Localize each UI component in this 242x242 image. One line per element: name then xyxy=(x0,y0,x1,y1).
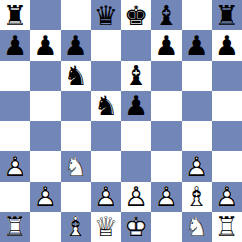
square-d7[interactable] xyxy=(91,30,121,60)
square-h1[interactable]: ♜♖ xyxy=(212,212,242,242)
white-pawn-outline: ♙ xyxy=(151,182,181,212)
black-bishop-glyph: ♝ xyxy=(151,0,181,30)
piece-black-bishop[interactable]: ♝ xyxy=(151,0,181,30)
square-a4[interactable] xyxy=(0,121,30,151)
square-b7[interactable]: ♟ xyxy=(30,30,60,60)
square-f4[interactable] xyxy=(151,121,181,151)
square-b3[interactable] xyxy=(30,151,60,181)
piece-black-pawn[interactable]: ♟ xyxy=(121,91,151,121)
square-g1[interactable]: ♞♘ xyxy=(182,212,212,242)
piece-white-knight[interactable]: ♞♘ xyxy=(61,151,91,181)
square-b2[interactable]: ♟♙ xyxy=(30,182,60,212)
square-h4[interactable] xyxy=(212,121,242,151)
white-rook-outline: ♖ xyxy=(0,212,30,242)
square-a3[interactable]: ♟♙ xyxy=(0,151,30,181)
piece-white-queen[interactable]: ♛♕ xyxy=(91,212,121,242)
white-bishop-outline: ♗ xyxy=(182,182,212,212)
piece-white-pawn[interactable]: ♟♙ xyxy=(0,151,30,181)
square-c6[interactable]: ♞ xyxy=(61,61,91,91)
square-d4[interactable] xyxy=(91,121,121,151)
square-h2[interactable]: ♟♙ xyxy=(212,182,242,212)
black-pawn-glyph: ♟ xyxy=(212,30,242,60)
piece-black-knight[interactable]: ♞ xyxy=(91,91,121,121)
piece-white-pawn[interactable]: ♟♙ xyxy=(151,182,181,212)
piece-white-pawn[interactable]: ♟♙ xyxy=(30,182,60,212)
square-b4[interactable] xyxy=(30,121,60,151)
square-c1[interactable]: ♝♗ xyxy=(61,212,91,242)
square-d8[interactable]: ♛ xyxy=(91,0,121,30)
square-f5[interactable] xyxy=(151,91,181,121)
white-pawn-outline: ♙ xyxy=(91,182,121,212)
square-b8[interactable] xyxy=(30,0,60,30)
piece-black-king[interactable]: ♚ xyxy=(121,0,151,30)
piece-black-rook[interactable]: ♜ xyxy=(0,0,30,30)
piece-black-pawn[interactable]: ♟ xyxy=(61,30,91,60)
piece-black-rook[interactable]: ♜ xyxy=(212,0,242,30)
piece-white-rook[interactable]: ♜♖ xyxy=(0,212,30,242)
piece-black-pawn[interactable]: ♟ xyxy=(0,30,30,60)
black-pawn-glyph: ♟ xyxy=(30,30,60,60)
black-rook-glyph: ♜ xyxy=(212,0,242,30)
square-f7[interactable]: ♟ xyxy=(151,30,181,60)
square-a1[interactable]: ♜♖ xyxy=(0,212,30,242)
piece-black-knight[interactable]: ♞ xyxy=(61,61,91,91)
square-g7[interactable]: ♟ xyxy=(182,30,212,60)
square-a5[interactable] xyxy=(0,91,30,121)
square-h3[interactable] xyxy=(212,151,242,181)
piece-white-bishop[interactable]: ♝♗ xyxy=(61,212,91,242)
square-h5[interactable] xyxy=(212,91,242,121)
square-g4[interactable] xyxy=(182,121,212,151)
square-e3[interactable] xyxy=(121,151,151,181)
square-d6[interactable] xyxy=(91,61,121,91)
square-e5[interactable]: ♟ xyxy=(121,91,151,121)
black-knight-glyph: ♞ xyxy=(61,61,91,91)
square-f1[interactable] xyxy=(151,212,181,242)
square-e8[interactable]: ♚ xyxy=(121,0,151,30)
white-bishop-outline: ♗ xyxy=(61,212,91,242)
square-b5[interactable] xyxy=(30,91,60,121)
piece-white-rook[interactable]: ♜♖ xyxy=(212,212,242,242)
black-king-glyph: ♚ xyxy=(121,0,151,30)
square-e1[interactable]: ♚♔ xyxy=(121,212,151,242)
piece-white-king[interactable]: ♚♔ xyxy=(121,212,151,242)
white-pawn-outline: ♙ xyxy=(212,182,242,212)
white-knight-outline: ♘ xyxy=(182,212,212,242)
square-h8[interactable]: ♜ xyxy=(212,0,242,30)
square-f8[interactable]: ♝ xyxy=(151,0,181,30)
square-a7[interactable]: ♟ xyxy=(0,30,30,60)
square-g5[interactable] xyxy=(182,91,212,121)
white-pawn-outline: ♙ xyxy=(121,182,151,212)
black-bishop-glyph: ♝ xyxy=(121,61,151,91)
white-pawn-outline: ♙ xyxy=(30,182,60,212)
square-b6[interactable] xyxy=(30,61,60,91)
piece-white-bishop[interactable]: ♝♗ xyxy=(182,182,212,212)
square-c8[interactable] xyxy=(61,0,91,30)
square-d3[interactable] xyxy=(91,151,121,181)
square-g6[interactable] xyxy=(182,61,212,91)
square-c5[interactable] xyxy=(61,91,91,121)
square-h7[interactable]: ♟ xyxy=(212,30,242,60)
square-c2[interactable] xyxy=(61,182,91,212)
white-pawn-outline: ♙ xyxy=(182,151,212,181)
square-e6[interactable]: ♝ xyxy=(121,61,151,91)
black-pawn-glyph: ♟ xyxy=(61,30,91,60)
chess-board: ♜♛♚♝♜♟♟♟♟♟♟♞♝♞♟♟♙♞♘♟♙♟♙♟♙♟♙♟♙♝♗♟♙♜♖♝♗♛♕♚… xyxy=(0,0,242,242)
piece-white-knight[interactable]: ♞♘ xyxy=(182,212,212,242)
piece-white-pawn[interactable]: ♟♙ xyxy=(121,182,151,212)
black-pawn-glyph: ♟ xyxy=(182,30,212,60)
white-knight-outline: ♘ xyxy=(61,151,91,181)
square-f2[interactable]: ♟♙ xyxy=(151,182,181,212)
square-c3[interactable]: ♞♘ xyxy=(61,151,91,181)
black-pawn-glyph: ♟ xyxy=(0,30,30,60)
piece-black-bishop[interactable]: ♝ xyxy=(121,61,151,91)
square-e7[interactable] xyxy=(121,30,151,60)
square-f6[interactable] xyxy=(151,61,181,91)
black-pawn-glyph: ♟ xyxy=(151,30,181,60)
square-d2[interactable]: ♟♙ xyxy=(91,182,121,212)
square-f3[interactable] xyxy=(151,151,181,181)
square-h6[interactable] xyxy=(212,61,242,91)
black-rook-glyph: ♜ xyxy=(0,0,30,30)
piece-black-pawn[interactable]: ♟ xyxy=(151,30,181,60)
square-g3[interactable]: ♟♙ xyxy=(182,151,212,181)
square-c7[interactable]: ♟ xyxy=(61,30,91,60)
white-pawn-outline: ♙ xyxy=(0,151,30,181)
white-king-outline: ♔ xyxy=(121,212,151,242)
white-rook-outline: ♖ xyxy=(212,212,242,242)
piece-white-pawn[interactable]: ♟♙ xyxy=(91,182,121,212)
square-d5[interactable]: ♞ xyxy=(91,91,121,121)
black-pawn-glyph: ♟ xyxy=(121,91,151,121)
square-a6[interactable] xyxy=(0,61,30,91)
square-c4[interactable] xyxy=(61,121,91,151)
square-g2[interactable]: ♝♗ xyxy=(182,182,212,212)
square-e4[interactable] xyxy=(121,121,151,151)
square-d1[interactable]: ♛♕ xyxy=(91,212,121,242)
white-queen-outline: ♕ xyxy=(91,212,121,242)
square-a2[interactable] xyxy=(0,182,30,212)
piece-black-pawn[interactable]: ♟ xyxy=(212,30,242,60)
black-queen-glyph: ♛ xyxy=(91,0,121,30)
piece-black-pawn[interactable]: ♟ xyxy=(30,30,60,60)
square-b1[interactable] xyxy=(30,212,60,242)
piece-black-queen[interactable]: ♛ xyxy=(91,0,121,30)
black-knight-glyph: ♞ xyxy=(91,91,121,121)
piece-white-pawn[interactable]: ♟♙ xyxy=(212,182,242,212)
square-e2[interactable]: ♟♙ xyxy=(121,182,151,212)
square-a8[interactable]: ♜ xyxy=(0,0,30,30)
square-g8[interactable] xyxy=(182,0,212,30)
piece-black-pawn[interactable]: ♟ xyxy=(182,30,212,60)
piece-white-pawn[interactable]: ♟♙ xyxy=(182,151,212,181)
